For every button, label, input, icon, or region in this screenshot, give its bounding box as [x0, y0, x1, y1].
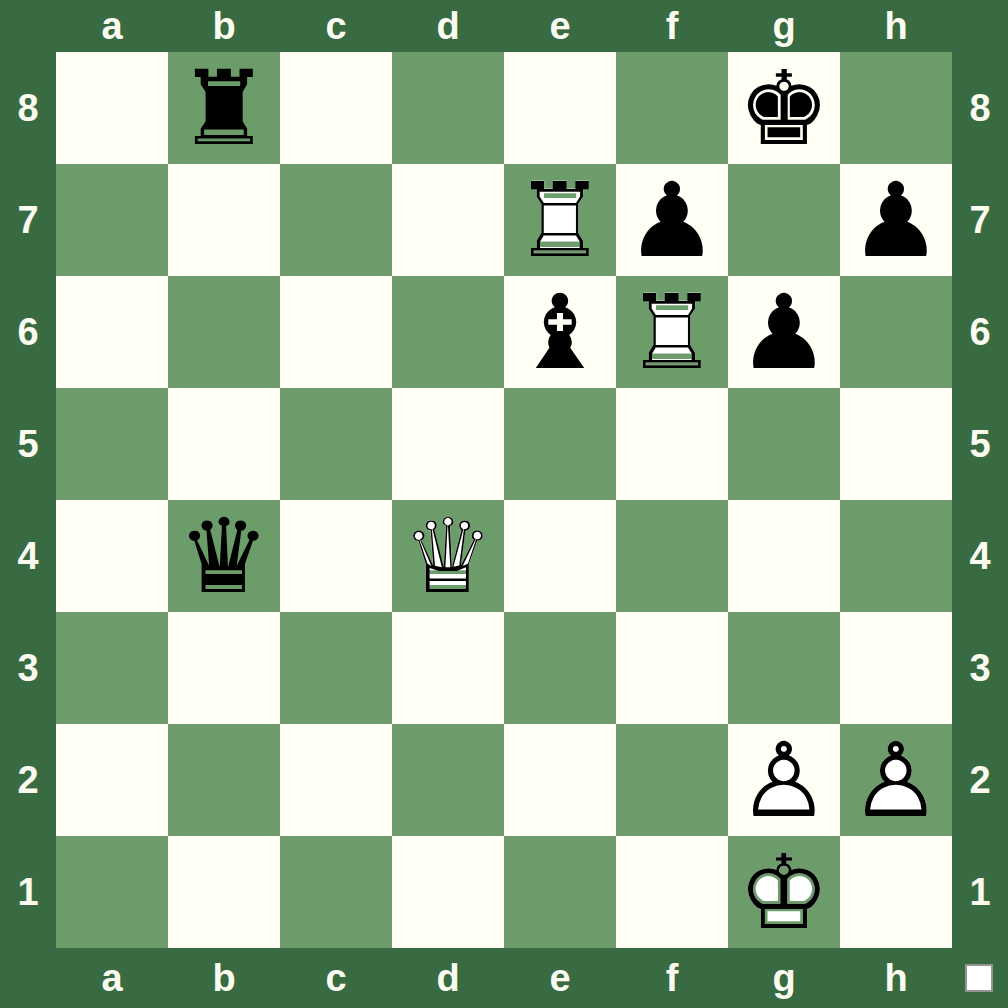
- square-g8[interactable]: ♚: [728, 52, 840, 164]
- rank-label-4: 4: [0, 537, 56, 575]
- square-g6[interactable]: ♟: [728, 276, 840, 388]
- file-label-h: h: [840, 7, 952, 45]
- black-king-piece: ♚: [728, 52, 840, 164]
- square-e5[interactable]: [504, 388, 616, 500]
- rank-label-3: 3: [952, 649, 1008, 687]
- square-d5[interactable]: [392, 388, 504, 500]
- square-g3[interactable]: [728, 612, 840, 724]
- square-b4[interactable]: ♛: [168, 500, 280, 612]
- square-c5[interactable]: [280, 388, 392, 500]
- square-c2[interactable]: [280, 724, 392, 836]
- file-label-e: e: [504, 7, 616, 45]
- square-h7[interactable]: ♟: [840, 164, 952, 276]
- white-rook-piece: ♜♖: [504, 164, 616, 276]
- square-g5[interactable]: [728, 388, 840, 500]
- black-rook-piece: ♜: [168, 52, 280, 164]
- file-label-h: h: [840, 959, 952, 997]
- border-corner-bottom-right: [952, 948, 1008, 1008]
- file-label-d: d: [392, 7, 504, 45]
- square-f6[interactable]: ♜♖: [616, 276, 728, 388]
- black-queen-piece: ♛: [168, 500, 280, 612]
- square-b6[interactable]: [168, 276, 280, 388]
- rank-label-7: 7: [952, 201, 1008, 239]
- square-c1[interactable]: [280, 836, 392, 948]
- rank-label-7: 7: [0, 201, 56, 239]
- square-a5[interactable]: [56, 388, 168, 500]
- rank-label-8: 8: [952, 89, 1008, 127]
- border-corner-top-right: [952, 0, 1008, 52]
- file-label-c: c: [280, 7, 392, 45]
- square-b5[interactable]: [168, 388, 280, 500]
- square-h2[interactable]: ♟♙: [840, 724, 952, 836]
- border-corner-top-left: [0, 0, 56, 52]
- rank-label-1: 1: [0, 873, 56, 911]
- chess-board: ♜♚♜♖♟♟♝♜♖♟♛♛♕♟♙♟♙♚♔: [56, 52, 952, 948]
- square-e1[interactable]: [504, 836, 616, 948]
- rank-label-6: 6: [952, 313, 1008, 351]
- square-c4[interactable]: [280, 500, 392, 612]
- square-a8[interactable]: [56, 52, 168, 164]
- square-b7[interactable]: [168, 164, 280, 276]
- square-g2[interactable]: ♟♙: [728, 724, 840, 836]
- square-h1[interactable]: [840, 836, 952, 948]
- square-e8[interactable]: [504, 52, 616, 164]
- file-label-g: g: [728, 959, 840, 997]
- rank-label-2: 2: [952, 761, 1008, 799]
- square-d2[interactable]: [392, 724, 504, 836]
- file-labels-top: abcdefgh: [56, 0, 952, 52]
- file-label-a: a: [56, 7, 168, 45]
- file-label-f: f: [616, 959, 728, 997]
- square-a4[interactable]: [56, 500, 168, 612]
- rank-label-4: 4: [952, 537, 1008, 575]
- square-e6[interactable]: ♝: [504, 276, 616, 388]
- square-e4[interactable]: [504, 500, 616, 612]
- black-bishop-piece: ♝: [504, 276, 616, 388]
- white-pawn-piece: ♟♙: [840, 724, 952, 836]
- rank-label-6: 6: [0, 313, 56, 351]
- square-h3[interactable]: [840, 612, 952, 724]
- rank-label-2: 2: [0, 761, 56, 799]
- file-labels-bottom: abcdefgh: [56, 948, 952, 1008]
- file-label-e: e: [504, 959, 616, 997]
- square-c7[interactable]: [280, 164, 392, 276]
- square-d8[interactable]: [392, 52, 504, 164]
- square-c3[interactable]: [280, 612, 392, 724]
- file-label-c: c: [280, 959, 392, 997]
- square-b1[interactable]: [168, 836, 280, 948]
- rank-label-3: 3: [0, 649, 56, 687]
- square-f3[interactable]: [616, 612, 728, 724]
- white-queen-piece: ♛♕: [392, 500, 504, 612]
- square-b2[interactable]: [168, 724, 280, 836]
- rank-label-1: 1: [952, 873, 1008, 911]
- black-pawn-piece: ♟: [840, 164, 952, 276]
- square-a6[interactable]: [56, 276, 168, 388]
- file-label-a: a: [56, 959, 168, 997]
- square-d6[interactable]: [392, 276, 504, 388]
- rank-labels-right: 87654321: [952, 52, 1008, 948]
- square-e3[interactable]: [504, 612, 616, 724]
- square-a1[interactable]: [56, 836, 168, 948]
- square-f7[interactable]: ♟: [616, 164, 728, 276]
- square-d3[interactable]: [392, 612, 504, 724]
- square-f1[interactable]: [616, 836, 728, 948]
- black-pawn-piece: ♟: [616, 164, 728, 276]
- square-d1[interactable]: [392, 836, 504, 948]
- file-label-g: g: [728, 7, 840, 45]
- square-c8[interactable]: [280, 52, 392, 164]
- square-a3[interactable]: [56, 612, 168, 724]
- square-g1[interactable]: ♚♔: [728, 836, 840, 948]
- square-h8[interactable]: [840, 52, 952, 164]
- square-c6[interactable]: [280, 276, 392, 388]
- square-d7[interactable]: [392, 164, 504, 276]
- square-f2[interactable]: [616, 724, 728, 836]
- file-label-b: b: [168, 959, 280, 997]
- square-b3[interactable]: [168, 612, 280, 724]
- square-d4[interactable]: ♛♕: [392, 500, 504, 612]
- rank-label-5: 5: [952, 425, 1008, 463]
- white-king-piece: ♚♔: [728, 836, 840, 948]
- rank-label-8: 8: [0, 89, 56, 127]
- white-rook-piece: ♜♖: [616, 276, 728, 388]
- square-b8[interactable]: ♜: [168, 52, 280, 164]
- square-h5[interactable]: [840, 388, 952, 500]
- square-g4[interactable]: [728, 500, 840, 612]
- square-f4[interactable]: [616, 500, 728, 612]
- white-pawn-piece: ♟♙: [728, 724, 840, 836]
- chess-diagram: abcdefgh 87654321 ♜♚♜♖♟♟♝♜♖♟♛♛♕♟♙♟♙♚♔ 87…: [0, 0, 1008, 1008]
- square-h4[interactable]: [840, 500, 952, 612]
- square-a7[interactable]: [56, 164, 168, 276]
- square-e2[interactable]: [504, 724, 616, 836]
- file-label-d: d: [392, 959, 504, 997]
- file-label-f: f: [616, 7, 728, 45]
- rank-labels-left: 87654321: [0, 52, 56, 948]
- square-f8[interactable]: [616, 52, 728, 164]
- square-g7[interactable]: [728, 164, 840, 276]
- rank-label-5: 5: [0, 425, 56, 463]
- white-to-move-indicator: [965, 964, 993, 992]
- square-f5[interactable]: [616, 388, 728, 500]
- border-corner-bottom-left: [0, 948, 56, 1008]
- square-a2[interactable]: [56, 724, 168, 836]
- file-label-b: b: [168, 7, 280, 45]
- square-e7[interactable]: ♜♖: [504, 164, 616, 276]
- square-h6[interactable]: [840, 276, 952, 388]
- black-pawn-piece: ♟: [728, 276, 840, 388]
